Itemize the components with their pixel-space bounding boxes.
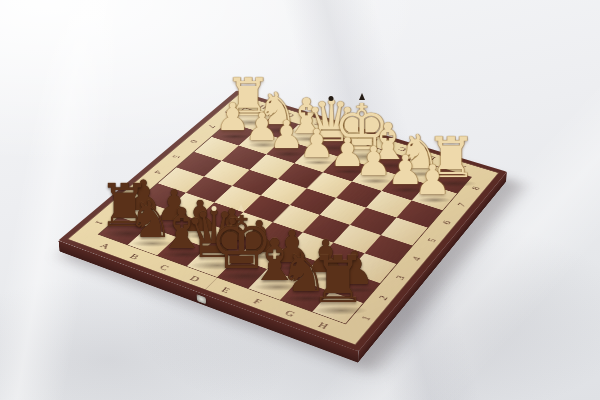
piece-shadow [418, 197, 451, 203]
photo-scene: ABCDEFGH ABCDEFGH 87654321 87654321 ♜♞♝♛… [0, 0, 600, 400]
king-finial-tip [359, 93, 365, 100]
rook-glyph: ♜ [306, 248, 370, 313]
piece-dark-rook-h1[interactable]: ♜ [306, 248, 370, 313]
pawn-glyph: ♟ [412, 160, 453, 201]
pieces-layer: ♜♞♝♛♚♝♞♜♟♟♟♟♟♟♟♟♟♟♟♟♟♟♟♟♜♞♝♛♚♝♞♜ [0, 0, 600, 400]
king-finial-tip [238, 204, 244, 211]
piece-shadow [315, 306, 368, 315]
piece-light-pawn-h7[interactable]: ♟ [412, 160, 453, 201]
